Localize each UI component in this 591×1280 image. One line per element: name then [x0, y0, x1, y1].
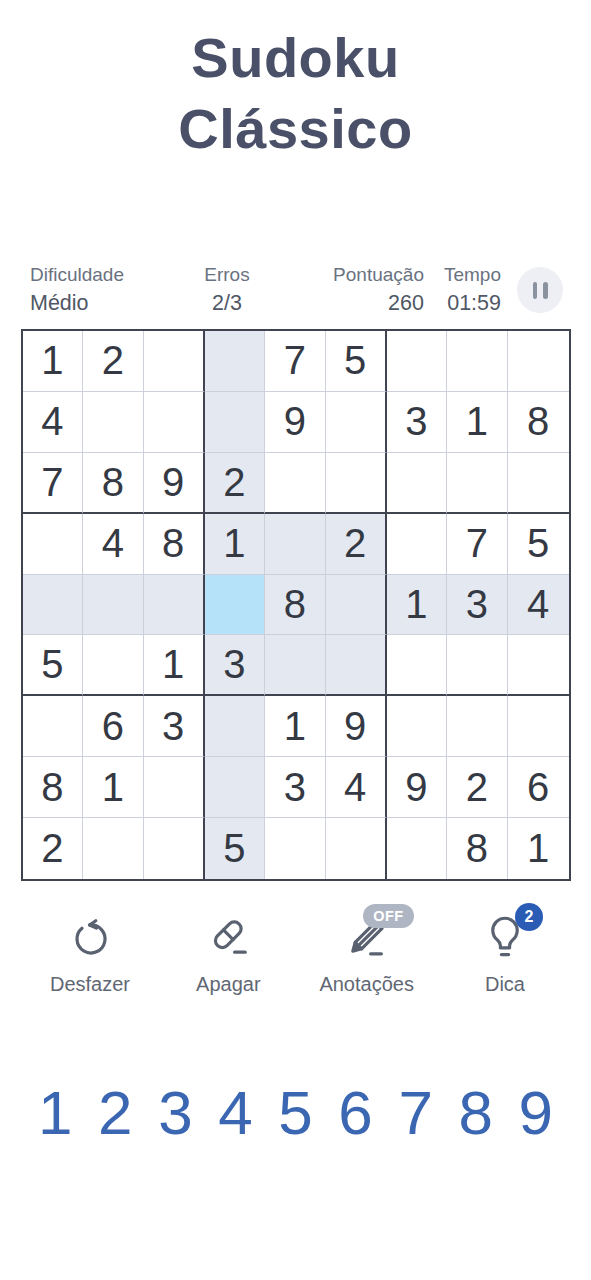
cell-r5c4[interactable]	[205, 575, 266, 636]
erase-label: Apagar	[196, 973, 261, 996]
cell-r6c4[interactable]: 3	[205, 635, 266, 696]
cell-r8c4[interactable]	[205, 757, 266, 818]
status-bar: Dificuldade Médio Erros 2/3 Pontuação 26…	[30, 264, 563, 316]
cell-r6c7[interactable]	[387, 635, 448, 696]
cell-r1c5[interactable]: 7	[265, 331, 326, 392]
cell-r3c6[interactable]	[326, 453, 387, 514]
cell-r2c1[interactable]: 4	[23, 392, 84, 453]
cell-r5c8[interactable]: 3	[447, 575, 508, 636]
cell-r1c1[interactable]: 1	[23, 331, 84, 392]
time-value: 01:59	[444, 291, 501, 316]
cell-r7c2[interactable]: 6	[83, 696, 144, 757]
cell-r3c7[interactable]	[387, 453, 448, 514]
cell-r2c6[interactable]	[326, 392, 387, 453]
numpad-4[interactable]: 4	[218, 1082, 252, 1144]
cell-r5c5[interactable]: 8	[265, 575, 326, 636]
cell-r5c2[interactable]	[83, 575, 144, 636]
undo-icon	[66, 913, 114, 964]
cell-r9c2[interactable]	[83, 818, 144, 879]
undo-label: Desfazer	[50, 973, 130, 996]
title-line-1: Sudoku	[191, 26, 399, 89]
cell-r9c9[interactable]: 1	[508, 818, 569, 879]
sudoku-board: 1275493187892481275813451363198134926258…	[21, 329, 571, 881]
cell-r6c3[interactable]: 1	[144, 635, 205, 696]
cell-r9c8[interactable]: 8	[447, 818, 508, 879]
cell-r2c8[interactable]: 1	[447, 392, 508, 453]
cell-r8c8[interactable]: 2	[447, 757, 508, 818]
cell-r1c2[interactable]: 2	[83, 331, 144, 392]
cell-r9c5[interactable]	[265, 818, 326, 879]
numpad-3[interactable]: 3	[158, 1082, 192, 1144]
cell-r1c8[interactable]	[447, 331, 508, 392]
undo-button[interactable]: Desfazer	[26, 913, 154, 996]
cell-r3c3[interactable]: 9	[144, 453, 205, 514]
hint-count-badge: 2	[515, 903, 543, 931]
cell-r1c6[interactable]: 5	[326, 331, 387, 392]
hint-button[interactable]: 2 Dica	[441, 913, 569, 996]
stat-mistakes: Erros 2/3	[171, 264, 284, 316]
cell-r4c9[interactable]: 5	[508, 514, 569, 575]
time-label: Tempo	[444, 264, 501, 286]
cell-r6c5[interactable]	[265, 635, 326, 696]
hint-label: Dica	[485, 973, 525, 996]
cell-r7c9[interactable]	[508, 696, 569, 757]
cell-r4c8[interactable]: 7	[447, 514, 508, 575]
cell-r5c6[interactable]	[326, 575, 387, 636]
stat-score: Pontuação 260	[283, 264, 424, 316]
numpad-7[interactable]: 7	[398, 1082, 432, 1144]
cell-r8c6[interactable]: 4	[326, 757, 387, 818]
cell-r3c4[interactable]: 2	[205, 453, 266, 514]
cell-r8c2[interactable]: 1	[83, 757, 144, 818]
cell-r5c3[interactable]	[144, 575, 205, 636]
cell-r8c5[interactable]: 3	[265, 757, 326, 818]
cell-r3c9[interactable]	[508, 453, 569, 514]
pause-icon	[533, 282, 548, 299]
cell-r1c9[interactable]	[508, 331, 569, 392]
stat-difficulty: Dificuldade Médio	[30, 264, 171, 316]
cell-r7c1[interactable]	[23, 696, 84, 757]
difficulty-value: Médio	[30, 291, 171, 316]
numpad-2[interactable]: 2	[98, 1082, 132, 1144]
score-value: 260	[283, 291, 424, 316]
cell-r7c6[interactable]: 9	[326, 696, 387, 757]
cell-r4c4[interactable]: 1	[205, 514, 266, 575]
mistakes-label: Erros	[171, 264, 284, 286]
cell-r7c7[interactable]	[387, 696, 448, 757]
cell-r6c1[interactable]: 5	[23, 635, 84, 696]
difficulty-label: Dificuldade	[30, 264, 171, 286]
cell-r4c6[interactable]: 2	[326, 514, 387, 575]
eraser-icon	[204, 913, 252, 964]
stat-time: Tempo 01:59	[444, 264, 501, 316]
cell-r8c1[interactable]: 8	[23, 757, 84, 818]
cell-r9c4[interactable]: 5	[205, 818, 266, 879]
number-pad: 123456789	[0, 1082, 591, 1144]
cell-r7c4[interactable]	[205, 696, 266, 757]
erase-button[interactable]: Apagar	[164, 913, 292, 996]
cell-r9c3[interactable]	[144, 818, 205, 879]
cell-r2c4[interactable]	[205, 392, 266, 453]
cell-r2c9[interactable]: 8	[508, 392, 569, 453]
numpad-5[interactable]: 5	[278, 1082, 312, 1144]
cell-r3c5[interactable]	[265, 453, 326, 514]
cell-r1c4[interactable]	[205, 331, 266, 392]
cell-r5c1[interactable]	[23, 575, 84, 636]
cell-r8c3[interactable]	[144, 757, 205, 818]
cell-r4c2[interactable]: 4	[83, 514, 144, 575]
cell-r8c7[interactable]: 9	[387, 757, 448, 818]
cell-r1c3[interactable]	[144, 331, 205, 392]
notes-off-badge: OFF	[363, 904, 414, 928]
numpad-9[interactable]: 9	[519, 1082, 553, 1144]
cell-r9c7[interactable]	[387, 818, 448, 879]
toolbar: Desfazer Apagar OFF Ano	[0, 913, 591, 996]
cell-r8c9[interactable]: 6	[508, 757, 569, 818]
cell-r6c9[interactable]	[508, 635, 569, 696]
cell-r5c7[interactable]: 1	[387, 575, 448, 636]
cell-r1c7[interactable]	[387, 331, 448, 392]
notes-label: Anotações	[319, 973, 414, 996]
cell-r2c2[interactable]	[83, 392, 144, 453]
cell-r3c2[interactable]: 8	[83, 453, 144, 514]
mistakes-value: 2/3	[171, 291, 284, 316]
cell-r6c6[interactable]	[326, 635, 387, 696]
cell-r4c1[interactable]	[23, 514, 84, 575]
cell-r6c8[interactable]	[447, 635, 508, 696]
cell-r5c9[interactable]: 4	[508, 575, 569, 636]
page-title: Sudoku Clássico	[0, 0, 591, 164]
cell-r4c5[interactable]	[265, 514, 326, 575]
cell-r2c3[interactable]	[144, 392, 205, 453]
cell-r2c7[interactable]: 3	[387, 392, 448, 453]
numpad-1[interactable]: 1	[38, 1082, 72, 1144]
numpad-8[interactable]: 8	[458, 1082, 492, 1144]
cell-r3c8[interactable]	[447, 453, 508, 514]
cell-r2c5[interactable]: 9	[265, 392, 326, 453]
cell-r4c7[interactable]	[387, 514, 448, 575]
cell-r9c1[interactable]: 2	[23, 818, 84, 879]
score-label: Pontuação	[283, 264, 424, 286]
cell-r7c5[interactable]: 1	[265, 696, 326, 757]
pause-button[interactable]	[517, 267, 563, 313]
cell-r3c1[interactable]: 7	[23, 453, 84, 514]
cell-r7c3[interactable]: 3	[144, 696, 205, 757]
cell-r4c3[interactable]: 8	[144, 514, 205, 575]
cell-r6c2[interactable]	[83, 635, 144, 696]
cell-r9c6[interactable]	[326, 818, 387, 879]
numpad-6[interactable]: 6	[338, 1082, 372, 1144]
notes-button[interactable]: OFF Anotações	[303, 913, 431, 996]
title-line-2: Clássico	[178, 97, 412, 160]
cell-r7c8[interactable]	[447, 696, 508, 757]
